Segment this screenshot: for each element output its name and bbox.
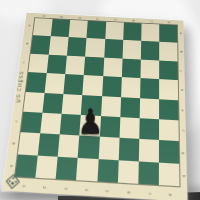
scene-background: 12345678 12345678 abcdefgh abcdefgh US C… (0, 0, 200, 200)
rank-label: 4 (95, 17, 99, 19)
square[interactable] (120, 97, 140, 118)
square[interactable] (141, 24, 159, 43)
square[interactable] (97, 159, 118, 183)
rank-label: 1 (42, 15, 46, 17)
square[interactable] (65, 55, 85, 75)
square[interactable] (121, 77, 140, 98)
rank-label: 7 (149, 20, 152, 22)
file-label: f (181, 131, 185, 133)
square[interactable] (119, 117, 139, 139)
rank-label: 3 (63, 187, 67, 190)
square[interactable] (67, 37, 87, 56)
rank-label: 7 (147, 192, 151, 195)
rank-label: 8 (168, 193, 172, 196)
square[interactable] (38, 134, 60, 157)
rank-label: 6 (131, 19, 135, 21)
rank-label: 5 (105, 189, 109, 192)
rank-label: 2 (42, 185, 46, 188)
square[interactable] (159, 79, 178, 100)
square[interactable] (49, 36, 69, 55)
square[interactable] (122, 40, 141, 59)
square[interactable] (159, 99, 179, 120)
square[interactable] (56, 156, 78, 180)
file-label: b (25, 42, 29, 44)
square[interactable] (103, 57, 122, 77)
file-label: f (14, 121, 18, 123)
square[interactable] (159, 162, 180, 186)
square[interactable] (141, 41, 159, 60)
file-label: c (180, 69, 184, 71)
square[interactable] (85, 38, 104, 57)
square[interactable] (138, 161, 159, 185)
rank-label: 4 (84, 188, 88, 191)
us-chess-emblem-icon (4, 173, 22, 191)
square[interactable] (123, 23, 141, 41)
square[interactable] (83, 75, 103, 95)
square[interactable] (21, 112, 43, 134)
square[interactable] (84, 56, 104, 76)
file-label: g (181, 152, 185, 155)
square[interactable] (31, 36, 51, 55)
file-label: a (27, 25, 31, 27)
rank-label: 2 (59, 15, 63, 17)
square[interactable] (140, 59, 159, 79)
rank-label: 6 (126, 190, 130, 193)
square[interactable] (40, 113, 62, 135)
rank-label: 3 (77, 16, 81, 18)
square[interactable] (102, 76, 122, 97)
file-label: d (180, 89, 184, 91)
square[interactable] (104, 39, 123, 58)
rank-label: 8 (167, 21, 170, 23)
square[interactable] (117, 160, 138, 184)
square[interactable] (33, 18, 53, 36)
square[interactable] (118, 138, 139, 161)
file-label: h (8, 164, 12, 167)
square[interactable] (45, 73, 66, 93)
square[interactable] (69, 20, 88, 38)
square[interactable] (121, 58, 140, 78)
square[interactable] (139, 139, 159, 162)
square[interactable] (159, 60, 178, 80)
file-label: b (179, 51, 183, 53)
square[interactable] (105, 22, 124, 40)
square[interactable] (23, 92, 44, 113)
square[interactable] (139, 98, 159, 119)
square[interactable] (159, 24, 177, 43)
square[interactable] (159, 119, 179, 141)
square[interactable] (87, 21, 106, 39)
file-label: a (179, 32, 183, 34)
square[interactable] (35, 155, 57, 179)
file-label: g (11, 142, 15, 145)
square[interactable] (18, 132, 40, 155)
rank-label: 1 (21, 184, 25, 187)
square[interactable] (51, 19, 71, 37)
square[interactable] (140, 78, 159, 99)
rank-label: 5 (113, 18, 117, 20)
black-pawn[interactable]: ♟ (73, 104, 107, 139)
square[interactable] (26, 72, 47, 92)
file-label: e (180, 109, 184, 112)
square[interactable] (139, 118, 159, 140)
chess-board: 12345678 12345678 abcdefgh abcdefgh US C… (2, 13, 187, 200)
file-label: h (182, 174, 186, 177)
square[interactable] (64, 74, 84, 94)
square[interactable] (76, 158, 98, 182)
square[interactable] (159, 140, 179, 163)
square[interactable] (28, 54, 49, 74)
square[interactable] (159, 42, 177, 61)
square[interactable] (47, 54, 67, 74)
square[interactable] (43, 93, 64, 114)
